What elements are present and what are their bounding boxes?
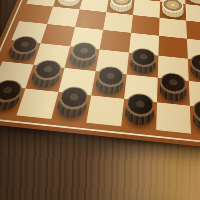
square-c3[interactable]: ⛂ [65, 46, 100, 71]
light-piece[interactable]: ⛀ [108, 0, 132, 13]
square-f2[interactable]: ⛂ [157, 78, 190, 106]
board-trim-line: ⛀⛀⛀⛀⛀⛀⛀⛀⛀⛀⛀⛀⛂⛂⛂⛂⛂⛂⛂⛂⛂⛂⛂⛂ [0, 0, 200, 150]
piece-glyph: ⛀ [65, 0, 72, 2]
board-3d-wrap: ⛀⛀⛀⛀⛀⛀⛀⛀⛀⛀⛀⛀⛂⛂⛂⛂⛂⛂⛂⛂⛂⛂⛂⛂ [0, 0, 200, 155]
checkers-board: ⛀⛀⛀⛀⛀⛀⛀⛀⛀⛀⛀⛀⛂⛂⛂⛂⛂⛂⛂⛂⛂⛂⛂⛂ [0, 0, 200, 141]
piece-glyph: ⛂ [18, 48, 27, 55]
photo-scene: ⛀⛀⛀⛀⛀⛀⛀⛀⛀⛀⛀⛀⛂⛂⛂⛂⛂⛂⛂⛂⛂⛂⛂⛂ [0, 0, 200, 200]
square-c1[interactable]: ⛂ [51, 92, 91, 123]
square-d2[interactable]: ⛂ [91, 71, 126, 99]
piece-glyph: ⛂ [78, 54, 86, 61]
piece-glyph: ⛂ [67, 102, 77, 110]
board-outer-border: ⛀⛀⛀⛀⛀⛀⛀⛀⛀⛀⛀⛀⛂⛂⛂⛂⛂⛂⛂⛂⛂⛂⛂⛂ [0, 0, 200, 155]
dark-piece[interactable]: ⛂ [129, 54, 156, 76]
dark-piece[interactable]: ⛂ [6, 41, 39, 62]
piece-glyph: ⛀ [117, 2, 124, 7]
dark-piece[interactable]: ⛂ [124, 100, 155, 127]
dark-piece[interactable]: ⛂ [29, 66, 63, 89]
piece-glyph: ⛂ [170, 87, 177, 95]
piece-glyph: ⛂ [139, 61, 146, 68]
light-piece[interactable]: ⛀ [161, 2, 184, 18]
dark-piece[interactable]: ⛂ [67, 47, 97, 68]
dark-piece[interactable]: ⛂ [94, 72, 124, 96]
piece-glyph: ⛂ [0, 95, 10, 103]
square-e3[interactable]: ⛂ [127, 53, 159, 78]
dark-piece[interactable]: ⛂ [159, 79, 187, 103]
piece-glyph: ⛂ [135, 109, 143, 117]
dark-piece[interactable]: ⛂ [192, 107, 200, 134]
piece-glyph: ⛀ [170, 8, 176, 13]
board-inner-border: ⛀⛀⛀⛀⛀⛀⛀⛀⛀⛀⛀⛀⛂⛂⛂⛂⛂⛂⛂⛂⛂⛂⛂⛂ [0, 0, 200, 148]
square-d1[interactable] [86, 95, 124, 126]
square-g1[interactable]: ⛂ [190, 106, 200, 138]
piece-glyph: ⛂ [41, 73, 50, 80]
square-f1[interactable] [156, 102, 191, 133]
dark-piece[interactable]: ⛂ [190, 60, 200, 82]
piece-glyph: ⛂ [105, 80, 113, 88]
dark-piece[interactable]: ⛂ [55, 93, 89, 119]
square-e1[interactable]: ⛂ [121, 99, 157, 130]
